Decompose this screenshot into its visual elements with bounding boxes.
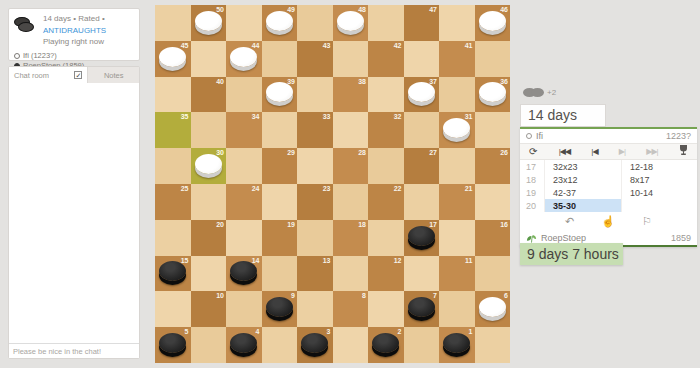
player-bottom-rating: 1859	[671, 233, 691, 243]
square-number: 16	[500, 221, 508, 228]
variant-link[interactable]: ANTIDRAUGHTS	[43, 26, 106, 35]
move-controls: ⟳ |◀◀ |◀ ▶| ▶▶|	[520, 143, 697, 160]
board-square-light	[226, 77, 262, 113]
flip-board-button[interactable]: ⟳	[529, 147, 537, 157]
square-number: 36	[500, 78, 508, 85]
board-square-light	[404, 184, 440, 220]
goblet-icon	[679, 145, 688, 156]
board-square-18[interactable]: 18	[333, 220, 369, 256]
square-number: 9	[291, 292, 295, 299]
draughts-board[interactable]: 5049484746454443424140393837363534333231…	[155, 5, 510, 363]
player-white-row: Ifi (1223?)	[14, 51, 134, 61]
board-square-34[interactable]: 34	[226, 112, 262, 148]
board-square-light	[333, 184, 369, 220]
chat-messages	[9, 83, 139, 343]
black-piece[interactable]	[408, 226, 435, 246]
draw-offer-hand-icon[interactable]: ☝	[601, 216, 615, 227]
game-info-card: 14 days • Rated • ANTIDRAUGHTS Playing r…	[8, 8, 140, 61]
board-square-50[interactable]: 50	[191, 5, 227, 41]
move-black[interactable]: 12-18	[621, 160, 695, 173]
black-piece[interactable]	[159, 261, 186, 281]
square-number: 6	[504, 292, 508, 299]
board-square-14[interactable]: 14	[226, 256, 262, 292]
board-square-17[interactable]: 17	[404, 220, 440, 256]
board-square-light	[368, 77, 404, 113]
move-row: 1942-3710-14	[520, 186, 697, 199]
board-square-light	[262, 327, 298, 363]
game-actions: ↶ ☝ ⚐	[520, 212, 697, 231]
board-square-light	[404, 256, 440, 292]
board-square-light	[226, 148, 262, 184]
square-number: 44	[252, 42, 260, 49]
board-square-light	[226, 220, 262, 256]
board-square-13[interactable]: 13	[297, 256, 333, 292]
board-square-light	[439, 77, 475, 113]
square-number: 10	[216, 292, 224, 299]
player-top-rating: 1223?	[666, 131, 691, 141]
square-number: 48	[358, 6, 366, 13]
board-square-light	[155, 148, 191, 184]
seedling-icon	[526, 233, 537, 243]
board-square-light	[368, 5, 404, 41]
next-move-button[interactable]: ▶|	[619, 148, 625, 156]
square-number: 1	[469, 328, 473, 335]
board-square-light	[368, 148, 404, 184]
square-number: 32	[394, 113, 402, 120]
square-number: 42	[394, 42, 402, 49]
black-clock-active: 9 days 7 hours	[520, 243, 623, 265]
board-square-light	[475, 256, 511, 292]
square-number: 5	[185, 328, 189, 335]
move-list: 1732x2312-181823x128x171942-3710-142035-…	[520, 160, 697, 212]
chat-panel: Chat room ✓ Notes	[8, 66, 140, 359]
board-square-19[interactable]: 19	[262, 220, 298, 256]
board-square-light	[297, 220, 333, 256]
board-square-27[interactable]: 27	[404, 148, 440, 184]
square-number: 43	[323, 42, 331, 49]
player-bottom-name[interactable]: RoepStoep	[541, 233, 586, 243]
board-square-37[interactable]: 37	[404, 77, 440, 113]
board-square-light	[297, 5, 333, 41]
board-square-light	[475, 112, 511, 148]
board-square-24[interactable]: 24	[226, 184, 262, 220]
player-top-row: Ifi 1223?	[520, 129, 697, 143]
analysis-board-button[interactable]	[679, 145, 688, 158]
last-move-button[interactable]: ▶▶|	[646, 148, 657, 156]
time-control: 14 days	[43, 14, 71, 23]
board-square-21[interactable]: 21	[439, 184, 475, 220]
board-square-light	[333, 112, 369, 148]
board-square-40[interactable]: 40	[191, 77, 227, 113]
board-square-22[interactable]: 22	[368, 184, 404, 220]
board-square-light	[439, 291, 475, 327]
square-number: 47	[429, 6, 437, 13]
board-square-48[interactable]: 48	[333, 5, 369, 41]
move-row: 2035-30	[520, 199, 697, 212]
board-square-light	[155, 77, 191, 113]
move-white[interactable]: 42-37	[544, 186, 621, 199]
board-square-light	[439, 5, 475, 41]
white-piece[interactable]	[195, 154, 222, 174]
square-number: 18	[358, 221, 366, 228]
takeback-icon[interactable]: ↶	[565, 216, 574, 227]
black-piece[interactable]	[230, 261, 257, 281]
board-square-32[interactable]: 32	[368, 112, 404, 148]
square-number: 25	[181, 185, 189, 192]
white-clock: 14 days	[520, 104, 606, 127]
board-square-light	[191, 41, 227, 77]
board-square-light	[368, 291, 404, 327]
board-square-light	[333, 327, 369, 363]
resign-flag-icon[interactable]: ⚐	[642, 216, 652, 227]
square-number: 33	[323, 113, 331, 120]
board-square-12[interactable]: 12	[368, 256, 404, 292]
chat-toggle-checkbox[interactable]: ✓	[74, 71, 82, 79]
game-status: Playing right now	[43, 37, 104, 46]
square-number: 11	[465, 257, 472, 264]
move-white[interactable]: 35-30	[544, 199, 621, 212]
board-square-1[interactable]: 1	[439, 327, 475, 363]
previous-move-button[interactable]: |◀	[591, 148, 597, 156]
board-square-41[interactable]: 41	[439, 41, 475, 77]
board-square-49[interactable]: 49	[262, 5, 298, 41]
square-number: 2	[398, 328, 402, 335]
move-index: 19	[520, 188, 544, 198]
square-number: 30	[216, 149, 224, 156]
square-number: 24	[252, 185, 260, 192]
board-square-light	[404, 41, 440, 77]
move-index: 17	[520, 162, 544, 172]
game-meta: 14 days • Rated • ANTIDRAUGHTS Playing r…	[43, 13, 134, 48]
tab-notes[interactable]: Notes	[87, 67, 139, 83]
board-square-light	[155, 220, 191, 256]
board-square-7[interactable]: 7	[404, 291, 440, 327]
board-square-light	[439, 220, 475, 256]
square-number: 19	[287, 221, 295, 228]
square-number: 39	[287, 78, 295, 85]
square-number: 49	[287, 6, 295, 13]
board-square-15[interactable]: 15	[155, 256, 191, 292]
move-black[interactable]: 8x17	[621, 173, 695, 186]
board-square-2[interactable]: 2	[368, 327, 404, 363]
board-square-light	[191, 256, 227, 292]
square-number: 22	[394, 185, 402, 192]
captured-pieces-indicator: +2	[523, 88, 556, 97]
white-piece[interactable]	[479, 11, 506, 31]
tab-chat-room[interactable]: Chat room ✓	[9, 67, 87, 83]
square-number: 46	[500, 6, 508, 13]
white-color-icon	[14, 53, 20, 59]
rated-label: Rated	[78, 14, 99, 23]
board-square-light	[155, 5, 191, 41]
square-number: 26	[500, 149, 508, 156]
board-square-10[interactable]: 10	[191, 291, 227, 327]
board-square-4[interactable]: 4	[226, 327, 262, 363]
square-number: 34	[252, 113, 260, 120]
board-square-light	[297, 77, 333, 113]
board-square-38[interactable]: 38	[333, 77, 369, 113]
board-square-23[interactable]: 23	[297, 184, 333, 220]
move-white[interactable]: 32x23	[544, 160, 621, 173]
board-square-3[interactable]: 3	[297, 327, 333, 363]
square-number: 35	[181, 113, 189, 120]
board-square-36[interactable]: 36	[475, 77, 511, 113]
square-number: 37	[429, 78, 437, 85]
board-square-45[interactable]: 45	[155, 41, 191, 77]
white-piece[interactable]	[337, 11, 364, 31]
black-piece[interactable]	[266, 297, 293, 317]
material-advantage: +2	[547, 88, 556, 97]
board-square-46[interactable]: 46	[475, 5, 511, 41]
black-piece[interactable]	[230, 333, 257, 353]
board-square-42[interactable]: 42	[368, 41, 404, 77]
board-square-light	[333, 256, 369, 292]
move-row: 1732x2312-18	[520, 160, 697, 173]
square-number: 8	[362, 292, 366, 299]
square-number: 45	[181, 42, 189, 49]
square-number: 40	[216, 78, 224, 85]
chat-input[interactable]	[9, 343, 139, 358]
board-square-39[interactable]: 39	[262, 77, 298, 113]
black-piece[interactable]	[408, 297, 435, 317]
board-square-29[interactable]: 29	[262, 148, 298, 184]
square-number: 20	[216, 221, 224, 228]
board-square-44[interactable]: 44	[226, 41, 262, 77]
black-piece[interactable]	[159, 333, 186, 353]
board-square-light	[226, 5, 262, 41]
white-piece[interactable]	[230, 47, 257, 67]
board-square-33[interactable]: 33	[297, 112, 333, 148]
square-number: 12	[394, 257, 402, 264]
moves-panel: Ifi 1223? ⟳ |◀◀ |◀ ▶| ▶▶| 1732x2312-1818…	[520, 127, 697, 247]
square-number: 31	[465, 113, 473, 120]
square-number: 3	[327, 328, 331, 335]
white-piece[interactable]	[443, 118, 470, 138]
white-piece[interactable]	[479, 297, 506, 317]
board-square-8[interactable]: 8	[333, 291, 369, 327]
board-square-light	[155, 291, 191, 327]
white-piece[interactable]	[266, 11, 293, 31]
square-number: 23	[323, 185, 331, 192]
move-row: 1823x128x17	[520, 173, 697, 186]
square-number: 27	[429, 149, 437, 156]
board-square-20[interactable]: 20	[191, 220, 227, 256]
board-square-light	[226, 291, 262, 327]
board-square-11[interactable]: 11	[439, 256, 475, 292]
white-piece[interactable]	[479, 82, 506, 102]
square-number: 7	[433, 292, 437, 299]
move-index: 18	[520, 175, 544, 185]
board-square-26[interactable]: 26	[475, 148, 511, 184]
board-square-light	[297, 148, 333, 184]
board-square-light	[297, 291, 333, 327]
player-white-label: Ifi (1223?)	[23, 51, 57, 61]
first-move-button[interactable]: |◀◀	[559, 148, 570, 156]
board-square-light	[475, 41, 511, 77]
square-number: 21	[465, 185, 473, 192]
player-top-name[interactable]: Ifi	[536, 131, 543, 141]
move-white[interactable]: 23x12	[544, 173, 621, 186]
board-square-light	[404, 327, 440, 363]
board-square-30[interactable]: 30	[191, 148, 227, 184]
board-square-16[interactable]: 16	[475, 220, 511, 256]
board-square-light	[262, 184, 298, 220]
board-square-28[interactable]: 28	[333, 148, 369, 184]
square-number: 4	[256, 328, 260, 335]
white-piece[interactable]	[408, 82, 435, 102]
square-number: 41	[465, 42, 473, 49]
board-square-light	[439, 148, 475, 184]
board-square-light	[262, 41, 298, 77]
board-square-light	[191, 112, 227, 148]
board-square-light	[262, 256, 298, 292]
white-piece[interactable]	[159, 47, 186, 67]
board-square-light	[475, 184, 511, 220]
board-square-light	[191, 184, 227, 220]
board-square-35[interactable]: 35	[155, 112, 191, 148]
board-square-9[interactable]: 9	[262, 291, 298, 327]
square-number: 50	[216, 6, 224, 13]
board-square-47[interactable]: 47	[404, 5, 440, 41]
square-number: 13	[323, 257, 331, 264]
board-square-light	[262, 112, 298, 148]
board-square-43[interactable]: 43	[297, 41, 333, 77]
black-piece[interactable]	[301, 333, 328, 353]
black-piece[interactable]	[443, 333, 470, 353]
black-piece[interactable]	[372, 333, 399, 353]
square-number: 15	[181, 257, 189, 264]
captured-piece-icon	[531, 88, 544, 97]
board-square-light	[475, 327, 511, 363]
board-square-5[interactable]: 5	[155, 327, 191, 363]
move-index: 20	[520, 201, 544, 211]
board-square-light	[368, 220, 404, 256]
board-square-light	[191, 327, 227, 363]
square-number: 29	[287, 149, 295, 156]
move-black[interactable]	[621, 199, 695, 212]
board-square-light	[404, 112, 440, 148]
correspondence-pieces-icon	[14, 15, 38, 35]
board-square-31[interactable]: 31	[439, 112, 475, 148]
white-piece[interactable]	[266, 82, 293, 102]
white-color-icon	[526, 133, 532, 139]
board-square-6[interactable]: 6	[475, 291, 511, 327]
white-piece[interactable]	[195, 11, 222, 31]
square-number: 14	[252, 257, 260, 264]
board-square-25[interactable]: 25	[155, 184, 191, 220]
square-number: 38	[358, 78, 366, 85]
move-black[interactable]: 10-14	[621, 186, 695, 199]
board-square-light	[333, 41, 369, 77]
square-number: 28	[358, 149, 366, 156]
square-number: 17	[429, 221, 437, 228]
